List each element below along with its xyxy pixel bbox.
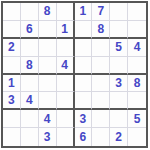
cell-r6c1[interactable]: 3 [3, 92, 21, 110]
cell-r3c1[interactable]: 2 [3, 39, 21, 57]
cell-r4c4[interactable]: 4 [57, 57, 75, 75]
cell-r6c7[interactable] [110, 92, 128, 110]
cell-r3c7[interactable]: 5 [110, 39, 128, 57]
cell-r3c4[interactable] [57, 39, 75, 57]
cell-r6c3[interactable] [39, 92, 57, 110]
cell-r5c7[interactable]: 3 [110, 75, 128, 93]
cell-r7c4[interactable] [57, 110, 75, 128]
cell-r4c3[interactable] [39, 57, 57, 75]
cell-r7c1[interactable] [3, 110, 21, 128]
cell-r7c8[interactable]: 5 [128, 110, 146, 128]
sudoku-board: 8176182548413834435362 [1, 1, 148, 148]
cell-r1c5[interactable]: 1 [75, 3, 93, 21]
cell-r8c6[interactable] [92, 128, 110, 146]
cell-r5c5[interactable] [75, 75, 93, 93]
cell-r3c5[interactable] [75, 39, 93, 57]
cell-r2c8[interactable] [128, 21, 146, 39]
cell-r6c4[interactable] [57, 92, 75, 110]
cell-r4c5[interactable] [75, 57, 93, 75]
cell-r1c3[interactable]: 8 [39, 3, 57, 21]
cell-r7c7[interactable] [110, 110, 128, 128]
cell-r7c5[interactable]: 3 [75, 110, 93, 128]
cell-r4c2[interactable]: 8 [21, 57, 39, 75]
cell-r1c2[interactable] [21, 3, 39, 21]
cell-r2c3[interactable] [39, 21, 57, 39]
cell-r4c1[interactable] [3, 57, 21, 75]
cell-r8c2[interactable] [21, 128, 39, 146]
cell-r4c6[interactable] [92, 57, 110, 75]
cell-r5c2[interactable] [21, 75, 39, 93]
cell-r8c3[interactable]: 3 [39, 128, 57, 146]
cell-r5c8[interactable]: 8 [128, 75, 146, 93]
cell-r5c4[interactable] [57, 75, 75, 93]
cell-r1c8[interactable] [128, 3, 146, 21]
cell-r5c3[interactable] [39, 75, 57, 93]
cell-r6c2[interactable]: 4 [21, 92, 39, 110]
cell-r2c5[interactable] [75, 21, 93, 39]
cell-r3c2[interactable] [21, 39, 39, 57]
cell-r8c5[interactable]: 6 [75, 128, 93, 146]
cell-r2c4[interactable]: 1 [57, 21, 75, 39]
cell-r5c6[interactable] [92, 75, 110, 93]
cell-r7c2[interactable] [21, 110, 39, 128]
cell-r8c8[interactable] [128, 128, 146, 146]
cell-r1c6[interactable]: 7 [92, 3, 110, 21]
cell-r1c7[interactable] [110, 3, 128, 21]
cell-r7c3[interactable]: 4 [39, 110, 57, 128]
cell-r2c6[interactable]: 8 [92, 21, 110, 39]
cell-r8c4[interactable] [57, 128, 75, 146]
cell-r4c7[interactable] [110, 57, 128, 75]
cell-r6c5[interactable] [75, 92, 93, 110]
cell-r7c6[interactable] [92, 110, 110, 128]
cell-r5c1[interactable]: 1 [3, 75, 21, 93]
cell-r2c2[interactable]: 6 [21, 21, 39, 39]
cell-r6c6[interactable] [92, 92, 110, 110]
cell-r3c8[interactable]: 4 [128, 39, 146, 57]
cell-r3c3[interactable] [39, 39, 57, 57]
cell-r1c1[interactable] [3, 3, 21, 21]
cell-r4c8[interactable] [128, 57, 146, 75]
cell-r2c7[interactable] [110, 21, 128, 39]
cell-r1c4[interactable] [57, 3, 75, 21]
cell-r3c6[interactable] [92, 39, 110, 57]
cell-r2c1[interactable] [3, 21, 21, 39]
cell-r6c8[interactable] [128, 92, 146, 110]
cell-r8c7[interactable]: 2 [110, 128, 128, 146]
cell-r8c1[interactable] [3, 128, 21, 146]
